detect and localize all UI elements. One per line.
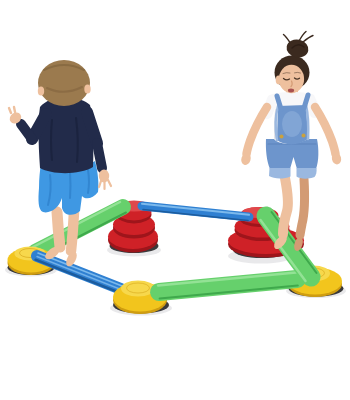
girl-overall-wash: [282, 111, 302, 137]
boy-arm-right-forearm: [97, 143, 102, 168]
boy-finger: [14, 107, 15, 112]
boy-ear-right: [84, 84, 90, 93]
girl-leg-back: [300, 179, 305, 235]
girl-ear: [276, 76, 282, 85]
girl-overall-button: [302, 134, 306, 138]
boy-ear-left: [38, 86, 44, 95]
boy-leg-left: [57, 212, 60, 247]
product-photo: [0, 0, 350, 400]
girl-mouth: [288, 89, 294, 93]
girl-shorts-cuff-right: [297, 168, 317, 179]
girl-shorts-cuff-left: [269, 168, 291, 179]
girl-leg-front: [283, 178, 288, 234]
boy-shorts-fold: [88, 170, 89, 193]
girl-overall-button: [280, 135, 284, 139]
balance-course-scene: [0, 0, 350, 400]
boy-shorts-fold: [70, 172, 71, 198]
boy-leg-right: [71, 212, 74, 251]
boy-shirt-fold: [51, 120, 52, 160]
boy-head-hair: [38, 60, 90, 106]
